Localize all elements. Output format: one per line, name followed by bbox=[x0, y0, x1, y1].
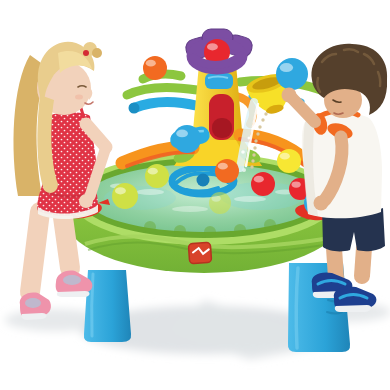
boy-hand-funnel bbox=[282, 88, 297, 103]
ball-right-track-blue bbox=[276, 58, 308, 90]
boy-hand-scoop bbox=[314, 196, 329, 211]
table-leg-left bbox=[84, 270, 131, 342]
ball-water-lime-2 bbox=[145, 164, 169, 188]
ball-left-ramp-blue bbox=[173, 125, 201, 153]
ball-water-lime-1 bbox=[112, 183, 138, 209]
step2-logo-badge bbox=[188, 242, 211, 263]
boy-leg-left bbox=[334, 248, 336, 278]
scene-svg bbox=[0, 0, 390, 390]
product-photo-scene bbox=[0, 0, 390, 390]
tower-teal-band bbox=[205, 73, 233, 89]
boy-leg-right bbox=[362, 248, 364, 276]
ball-submerged-lime bbox=[209, 192, 231, 214]
ball-water-red-1 bbox=[251, 172, 275, 196]
ball-ledge-orange bbox=[143, 56, 167, 80]
girl-leg-left bbox=[30, 212, 40, 292]
ball-right-ramp-yellow bbox=[277, 149, 301, 173]
ball-water-orange bbox=[215, 159, 239, 183]
girl-hair-tie bbox=[83, 50, 89, 56]
